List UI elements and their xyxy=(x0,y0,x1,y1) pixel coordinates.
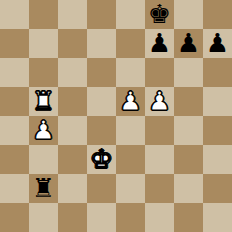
square-h6[interactable] xyxy=(203,58,232,87)
square-a8[interactable] xyxy=(0,0,29,29)
square-b2[interactable]: ♜ xyxy=(29,174,58,203)
square-g3[interactable] xyxy=(174,145,203,174)
square-d4[interactable] xyxy=(87,116,116,145)
square-c6[interactable] xyxy=(58,58,87,87)
square-d8[interactable] xyxy=(87,0,116,29)
square-a7[interactable] xyxy=(0,29,29,58)
square-h3[interactable] xyxy=(203,145,232,174)
square-d5[interactable] xyxy=(87,87,116,116)
black-pawn[interactable]: ♟ xyxy=(177,29,200,58)
square-b7[interactable] xyxy=(29,29,58,58)
square-b6[interactable] xyxy=(29,58,58,87)
square-d6[interactable] xyxy=(87,58,116,87)
square-a6[interactable] xyxy=(0,58,29,87)
square-c3[interactable] xyxy=(58,145,87,174)
square-c7[interactable] xyxy=(58,29,87,58)
square-d3[interactable]: ♚ xyxy=(87,145,116,174)
square-g7[interactable]: ♟ xyxy=(174,29,203,58)
square-e5[interactable]: ♟ xyxy=(116,87,145,116)
square-a2[interactable] xyxy=(0,174,29,203)
square-h1[interactable] xyxy=(203,203,232,232)
square-e8[interactable] xyxy=(116,0,145,29)
square-f5[interactable]: ♟ xyxy=(145,87,174,116)
square-g5[interactable] xyxy=(174,87,203,116)
square-d2[interactable] xyxy=(87,174,116,203)
black-pawn[interactable]: ♟ xyxy=(148,29,171,58)
square-f7[interactable]: ♟ xyxy=(145,29,174,58)
square-a1[interactable] xyxy=(0,203,29,232)
white-rook[interactable]: ♜ xyxy=(32,87,55,116)
square-b4[interactable]: ♟ xyxy=(29,116,58,145)
square-g8[interactable] xyxy=(174,0,203,29)
square-a5[interactable] xyxy=(0,87,29,116)
square-h8[interactable] xyxy=(203,0,232,29)
square-a4[interactable] xyxy=(0,116,29,145)
chess-board: ♚♟♟♟♜♟♟♟♚♜ xyxy=(0,0,232,232)
white-king[interactable]: ♚ xyxy=(90,145,113,174)
square-h2[interactable] xyxy=(203,174,232,203)
square-c4[interactable] xyxy=(58,116,87,145)
square-f3[interactable] xyxy=(145,145,174,174)
white-pawn[interactable]: ♟ xyxy=(119,87,142,116)
square-e6[interactable] xyxy=(116,58,145,87)
black-pawn[interactable]: ♟ xyxy=(206,29,229,58)
square-c5[interactable] xyxy=(58,87,87,116)
square-c1[interactable] xyxy=(58,203,87,232)
square-c8[interactable] xyxy=(58,0,87,29)
square-a3[interactable] xyxy=(0,145,29,174)
black-rook[interactable]: ♜ xyxy=(32,174,55,203)
square-d1[interactable] xyxy=(87,203,116,232)
square-b1[interactable] xyxy=(29,203,58,232)
black-king[interactable]: ♚ xyxy=(148,0,171,29)
white-pawn[interactable]: ♟ xyxy=(32,116,55,145)
square-b3[interactable] xyxy=(29,145,58,174)
white-pawn[interactable]: ♟ xyxy=(148,87,171,116)
square-h7[interactable]: ♟ xyxy=(203,29,232,58)
square-b5[interactable]: ♜ xyxy=(29,87,58,116)
square-g4[interactable] xyxy=(174,116,203,145)
square-e3[interactable] xyxy=(116,145,145,174)
square-e4[interactable] xyxy=(116,116,145,145)
square-g1[interactable] xyxy=(174,203,203,232)
square-e2[interactable] xyxy=(116,174,145,203)
square-h5[interactable] xyxy=(203,87,232,116)
square-e7[interactable] xyxy=(116,29,145,58)
square-f1[interactable] xyxy=(145,203,174,232)
square-b8[interactable] xyxy=(29,0,58,29)
square-f2[interactable] xyxy=(145,174,174,203)
square-h4[interactable] xyxy=(203,116,232,145)
square-f6[interactable] xyxy=(145,58,174,87)
square-f8[interactable]: ♚ xyxy=(145,0,174,29)
square-f4[interactable] xyxy=(145,116,174,145)
square-g6[interactable] xyxy=(174,58,203,87)
square-g2[interactable] xyxy=(174,174,203,203)
square-c2[interactable] xyxy=(58,174,87,203)
square-e1[interactable] xyxy=(116,203,145,232)
square-d7[interactable] xyxy=(87,29,116,58)
